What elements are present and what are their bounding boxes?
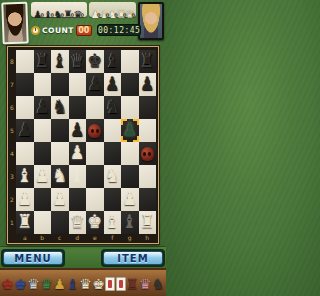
black-bishop: ♝ (51, 48, 69, 73)
rank-label-4: 4 (8, 142, 16, 165)
square-c3[interactable]: ♞ (51, 165, 69, 188)
item-shelf: ♚♚♛♛♟♝♛♚♜♛♞ (0, 268, 166, 296)
square-c8[interactable]: ♝ (51, 50, 69, 73)
square-b6[interactable]: ♟ (34, 96, 52, 119)
square-e3[interactable] (86, 165, 104, 188)
white-pawn: ♟ (121, 186, 139, 211)
black-knight: ♞ (51, 94, 69, 119)
gold-pawn-item[interactable]: ♟ (53, 275, 66, 293)
blue-king-item[interactable]: ♚ (14, 275, 27, 293)
rank-label-8: 8 (8, 50, 16, 73)
clock-icon (31, 26, 40, 35)
square-b8[interactable]: ♜ (34, 50, 52, 73)
square-g8[interactable] (121, 50, 139, 73)
ivory-queen-item[interactable]: ♛ (79, 275, 92, 293)
black-knight-item[interactable]: ♞ (152, 275, 165, 293)
rank-label-2: 2 (8, 188, 16, 211)
player-avatar-white (138, 2, 164, 40)
white-queen: ♛ (69, 209, 87, 234)
white-rook: ♜ (139, 209, 157, 234)
chess-board: 87654321 ♜♝♛♚♝♜♟♟♟♟♞♞♟♟♟♟♝♟♞♝♞♟♟♟♜♛♚♝♝♜ … (7, 46, 159, 244)
square-a2[interactable]: ♟ (16, 188, 34, 211)
file-labels: abcdefgh (16, 234, 156, 243)
dark-red-rook-item[interactable]: ♜ (126, 275, 139, 293)
card-item-1[interactable] (105, 277, 115, 291)
black-rook: ♜ (34, 48, 52, 73)
captured-piece-slot: ♜0 (63, 3, 73, 16)
square-e8[interactable]: ♚ (86, 50, 104, 73)
black-pawn-selected: ♟ (121, 117, 139, 142)
rank-labels: 87654321 (8, 50, 16, 234)
white-rook: ♜ (16, 209, 34, 234)
square-d3[interactable]: ♝ (69, 165, 87, 188)
square-a7[interactable] (16, 73, 34, 96)
player-avatar-black (1, 2, 28, 45)
square-g6[interactable] (121, 96, 139, 119)
white-king: ♚ (86, 209, 104, 234)
white-bishop: ♝ (16, 163, 34, 188)
file-label-a: a (16, 234, 34, 243)
count-value-badge: 00 (76, 25, 92, 36)
square-a4[interactable] (16, 142, 34, 165)
black-pawn: ♟ (16, 117, 34, 142)
game-timer: 00:12:45 (97, 24, 142, 36)
square-f1[interactable]: ♝ (104, 211, 122, 234)
ghost-piece: ♝ (121, 209, 139, 234)
square-e7[interactable]: ♟ (86, 73, 104, 96)
square-d8[interactable]: ♛ (69, 50, 87, 73)
captured-piece-slot: ♝0 (43, 3, 53, 16)
square-h2[interactable] (139, 188, 157, 211)
black-rook: ♜ (139, 48, 157, 73)
black-pawn: ♟ (34, 94, 52, 119)
square-d7[interactable] (69, 73, 87, 96)
square-d1[interactable]: ♛ (69, 211, 87, 234)
square-h4[interactable] (139, 142, 157, 165)
square-e1[interactable]: ♚ (86, 211, 104, 234)
black-queen: ♛ (69, 48, 87, 73)
captured-piece-slot: ♟0 (33, 3, 43, 16)
square-f2[interactable] (104, 188, 122, 211)
square-f7[interactable]: ♟ (104, 73, 122, 96)
skull-threat-icon (88, 124, 101, 138)
square-h5[interactable] (139, 119, 157, 142)
green-queen-item[interactable]: ♛ (40, 275, 53, 293)
captured-piece-slot: ♟0 (91, 3, 100, 16)
square-g4[interactable] (121, 142, 139, 165)
captured-piece-slot: ♛0 (125, 3, 134, 16)
square-a8[interactable] (16, 50, 34, 73)
square-e6[interactable] (86, 96, 104, 119)
rank-label-3: 3 (8, 165, 16, 188)
square-f3[interactable]: ♞ (104, 165, 122, 188)
rank-label-7: 7 (8, 73, 16, 96)
captured-piece-slot: ♛0 (73, 3, 83, 16)
square-e2[interactable] (86, 188, 104, 211)
file-label-e: e (86, 234, 104, 243)
captured-piece-slot: ♞0 (108, 3, 117, 16)
file-label-f: f (104, 234, 122, 243)
square-g2[interactable]: ♟ (121, 188, 139, 211)
navy-bishop-item[interactable]: ♝ (66, 275, 79, 293)
square-c5[interactable] (51, 119, 69, 142)
red-king-item[interactable]: ♚ (1, 275, 14, 293)
black-pawn: ♟ (69, 117, 87, 142)
square-c4[interactable] (51, 142, 69, 165)
square-c6[interactable]: ♞ (51, 96, 69, 119)
menu-button[interactable]: MENU (3, 251, 63, 265)
file-label-g: g (121, 234, 139, 243)
ghost-piece: ♝ (69, 163, 87, 188)
silver-queen-item[interactable]: ♛ (27, 275, 40, 293)
square-g5[interactable]: ♟ (121, 119, 139, 142)
rank-label-6: 6 (8, 96, 16, 119)
square-f8[interactable]: ♝ (104, 50, 122, 73)
square-f6[interactable]: ♞ (104, 96, 122, 119)
black-knight: ♞ (104, 94, 122, 119)
square-d4[interactable]: ♟ (69, 142, 87, 165)
square-h6[interactable] (139, 96, 157, 119)
square-e4[interactable] (86, 142, 104, 165)
square-f5[interactable] (104, 119, 122, 142)
square-g1[interactable]: ♝ (121, 211, 139, 234)
white-knight: ♞ (104, 163, 122, 188)
square-h7[interactable]: ♟ (139, 73, 157, 96)
black-pawn: ♟ (104, 71, 122, 96)
square-f4[interactable] (104, 142, 122, 165)
square-a1[interactable]: ♜ (16, 211, 34, 234)
black-king: ♚ (86, 48, 104, 73)
white-bishop: ♝ (104, 209, 122, 234)
count-label: COUNT (42, 26, 74, 35)
captured-white-tray: ♟0♝0♞0♜0♛0 (89, 2, 136, 17)
square-b5[interactable] (34, 119, 52, 142)
white-pawn: ♟ (69, 140, 87, 165)
file-label-b: b (34, 234, 52, 243)
skull-threat-icon (141, 147, 154, 161)
square-h3[interactable] (139, 165, 157, 188)
square-b1[interactable] (34, 211, 52, 234)
item-button[interactable]: ITEM (103, 251, 163, 265)
rank-label-1: 1 (8, 211, 16, 234)
square-b2[interactable] (34, 188, 52, 211)
white-pawn: ♟ (34, 163, 52, 188)
square-g3[interactable] (121, 165, 139, 188)
top-hud: ♟0♝0♞0♜0♛0 ♟0♝0♞0♜0♛0 COUNT 00 00:12:45 (0, 0, 166, 46)
black-pawn: ♟ (139, 71, 157, 96)
chess-board-grid: ♜♝♛♚♝♜♟♟♟♟♞♞♟♟♟♟♝♟♞♝♞♟♟♟♜♛♚♝♝♜ (16, 50, 156, 234)
square-g7[interactable] (121, 73, 139, 96)
captured-piece-slot: ♞0 (53, 3, 63, 16)
white-pawn: ♟ (16, 186, 34, 211)
square-a5[interactable]: ♟ (16, 119, 34, 142)
pink-queen-item[interactable]: ♛ (139, 275, 152, 293)
rank-label-5: 5 (8, 119, 16, 142)
bottom-button-bar: MENU ITEM (0, 246, 166, 268)
square-h1[interactable]: ♜ (139, 211, 157, 234)
file-label-h: h (139, 234, 157, 243)
square-b4[interactable] (34, 142, 52, 165)
black-bishop: ♝ (104, 48, 122, 73)
square-e5[interactable] (86, 119, 104, 142)
white-pawn: ♟ (51, 186, 69, 211)
square-b7[interactable] (34, 73, 52, 96)
square-a3[interactable]: ♝ (16, 165, 34, 188)
captured-black-tray: ♟0♝0♞0♜0♛0 (31, 2, 87, 17)
square-h8[interactable]: ♜ (139, 50, 157, 73)
square-c1[interactable] (51, 211, 69, 234)
square-d5[interactable]: ♟ (69, 119, 87, 142)
square-c2[interactable]: ♟ (51, 188, 69, 211)
square-a6[interactable] (16, 96, 34, 119)
square-d6[interactable] (69, 96, 87, 119)
black-pawn: ♟ (86, 71, 104, 96)
file-label-c: c (51, 234, 69, 243)
white-knight: ♞ (51, 163, 69, 188)
square-b3[interactable]: ♟ (34, 165, 52, 188)
ivory-king-item[interactable]: ♚ (92, 275, 105, 293)
file-label-d: d (69, 234, 87, 243)
square-c7[interactable] (51, 73, 69, 96)
card-item-2[interactable] (116, 277, 126, 291)
square-d2[interactable] (69, 188, 87, 211)
captured-piece-slot: ♝0 (100, 3, 109, 16)
